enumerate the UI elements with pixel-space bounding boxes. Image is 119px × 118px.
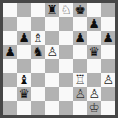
square-e1[interactable] xyxy=(59,101,73,115)
black-pawn-icon: ♟ xyxy=(102,31,113,45)
square-e8[interactable]: ♘ xyxy=(59,3,73,17)
square-f5[interactable] xyxy=(73,45,87,59)
square-g8[interactable] xyxy=(87,3,101,17)
square-f7[interactable] xyxy=(73,17,87,31)
square-c7[interactable] xyxy=(31,17,45,31)
black-pawn-icon: ♟ xyxy=(88,17,99,31)
chess-board: ♜♘♚♟♟♗♟♟♟♞♙♛♝♖♙♛♙♙♔ xyxy=(3,3,115,115)
square-c5[interactable]: ♞ xyxy=(31,45,45,59)
square-h6[interactable]: ♟ xyxy=(101,31,115,45)
square-e3[interactable] xyxy=(59,73,73,87)
square-c1[interactable] xyxy=(31,101,45,115)
square-h5[interactable] xyxy=(101,45,115,59)
white-pawn-icon: ♙ xyxy=(102,73,113,87)
white-rook-icon: ♖ xyxy=(74,73,85,87)
square-a2[interactable] xyxy=(3,87,17,101)
square-d8[interactable]: ♜ xyxy=(45,3,59,17)
square-f4[interactable] xyxy=(73,59,87,73)
chess-board-frame: ♜♘♚♟♟♗♟♟♟♞♙♛♝♖♙♛♙♙♔ xyxy=(0,0,118,118)
square-f6[interactable]: ♟ xyxy=(73,31,87,45)
square-h2[interactable] xyxy=(101,87,115,101)
square-g3[interactable] xyxy=(87,73,101,87)
square-a6[interactable] xyxy=(3,31,17,45)
white-bishop-icon: ♗ xyxy=(32,31,43,45)
square-h1[interactable] xyxy=(101,101,115,115)
square-c8[interactable] xyxy=(31,3,45,17)
square-a4[interactable] xyxy=(3,59,17,73)
square-c4[interactable] xyxy=(31,59,45,73)
square-a3[interactable] xyxy=(3,73,17,87)
white-pawn-icon: ♙ xyxy=(46,45,57,59)
square-d3[interactable] xyxy=(45,73,59,87)
square-e6[interactable] xyxy=(59,31,73,45)
square-d2[interactable] xyxy=(45,87,59,101)
square-h8[interactable] xyxy=(101,3,115,17)
square-c6[interactable]: ♗ xyxy=(31,31,45,45)
square-g1[interactable]: ♔ xyxy=(87,101,101,115)
square-c2[interactable] xyxy=(31,87,45,101)
black-queen-icon: ♛ xyxy=(18,87,29,101)
black-rook-icon: ♜ xyxy=(46,3,57,17)
square-b1[interactable] xyxy=(17,101,31,115)
square-d7[interactable] xyxy=(45,17,59,31)
black-king-icon: ♚ xyxy=(74,3,85,17)
square-b8[interactable] xyxy=(17,3,31,17)
white-pawn-icon: ♙ xyxy=(74,87,85,101)
black-knight-icon: ♞ xyxy=(32,45,43,59)
square-g6[interactable] xyxy=(87,31,101,45)
black-bishop-icon: ♝ xyxy=(18,73,29,87)
square-h3[interactable]: ♙ xyxy=(101,73,115,87)
square-g2[interactable]: ♙ xyxy=(87,87,101,101)
square-e2[interactable] xyxy=(59,87,73,101)
square-h7[interactable] xyxy=(101,17,115,31)
black-pawn-icon: ♟ xyxy=(74,31,85,45)
square-b5[interactable] xyxy=(17,45,31,59)
white-knight-icon: ♘ xyxy=(60,3,71,17)
square-a7[interactable] xyxy=(3,17,17,31)
square-g5[interactable]: ♛ xyxy=(87,45,101,59)
square-b7[interactable] xyxy=(17,17,31,31)
square-d1[interactable] xyxy=(45,101,59,115)
white-king-icon: ♔ xyxy=(88,101,99,115)
square-e4[interactable] xyxy=(59,59,73,73)
square-d5[interactable]: ♙ xyxy=(45,45,59,59)
square-f8[interactable]: ♚ xyxy=(73,3,87,17)
square-a8[interactable] xyxy=(3,3,17,17)
square-d6[interactable] xyxy=(45,31,59,45)
square-a5[interactable]: ♟ xyxy=(3,45,17,59)
square-b3[interactable]: ♝ xyxy=(17,73,31,87)
black-pawn-icon: ♟ xyxy=(4,45,15,59)
square-f3[interactable]: ♖ xyxy=(73,73,87,87)
black-queen-icon: ♛ xyxy=(88,45,99,59)
square-g7[interactable]: ♟ xyxy=(87,17,101,31)
square-f1[interactable] xyxy=(73,101,87,115)
black-pawn-icon: ♟ xyxy=(18,31,29,45)
square-a1[interactable] xyxy=(3,101,17,115)
square-f2[interactable]: ♙ xyxy=(73,87,87,101)
square-d4[interactable] xyxy=(45,59,59,73)
white-pawn-icon: ♙ xyxy=(88,87,99,101)
square-c3[interactable] xyxy=(31,73,45,87)
square-h4[interactable] xyxy=(101,59,115,73)
square-b6[interactable]: ♟ xyxy=(17,31,31,45)
square-e5[interactable] xyxy=(59,45,73,59)
square-b4[interactable] xyxy=(17,59,31,73)
square-g4[interactable] xyxy=(87,59,101,73)
square-b2[interactable]: ♛ xyxy=(17,87,31,101)
square-e7[interactable] xyxy=(59,17,73,31)
